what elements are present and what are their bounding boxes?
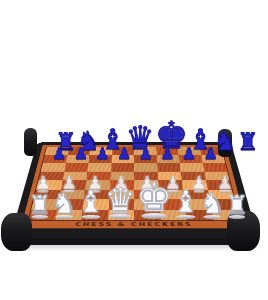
board-brand-label: CHESS & CHECKERS bbox=[21, 221, 248, 227]
piece-clear-bishop[interactable]: ♝ bbox=[172, 187, 200, 218]
blue-pawn-rank-row: ♟♟♟♟♟♟♟♟ bbox=[52, 140, 218, 162]
piece-clear-rook[interactable]: ♜ bbox=[28, 192, 51, 218]
piece-blue-pawn[interactable]: ♟ bbox=[182, 146, 196, 162]
piece-clear-queen[interactable]: ♛ bbox=[104, 183, 135, 218]
piece-blue-pawn[interactable]: ♟ bbox=[203, 146, 217, 162]
piece-blue-pawn[interactable]: ♟ bbox=[160, 146, 174, 162]
piece-clear-knight[interactable]: ♞ bbox=[200, 189, 226, 218]
piece-clear-king[interactable]: ♚ bbox=[136, 178, 172, 218]
piece-clear-bishop[interactable]: ♝ bbox=[77, 187, 105, 218]
piece-blue-pawn[interactable]: ♟ bbox=[117, 146, 131, 162]
piece-clear-knight[interactable]: ♞ bbox=[51, 189, 77, 218]
board-corner-post-far-left bbox=[24, 128, 37, 156]
piece-blue-rook[interactable]: ♜ bbox=[237, 130, 259, 154]
piece-blue-pawn[interactable]: ♟ bbox=[95, 146, 109, 162]
clear-back-rank-row: ♜♞♝♛♚♝♞♜ bbox=[28, 172, 240, 218]
piece-blue-pawn[interactable]: ♟ bbox=[52, 146, 66, 162]
piece-blue-pawn[interactable]: ♟ bbox=[139, 146, 153, 162]
piece-blue-pawn[interactable]: ♟ bbox=[74, 146, 88, 162]
product-photo-chess-set: CHESS & CHECKERS ♜♞♝♛♚♝♞♜ ♟♟♟♟♟♟♟♟ ♟♟♟♟♟… bbox=[0, 0, 268, 300]
piece-clear-rook[interactable]: ♜ bbox=[225, 192, 248, 218]
